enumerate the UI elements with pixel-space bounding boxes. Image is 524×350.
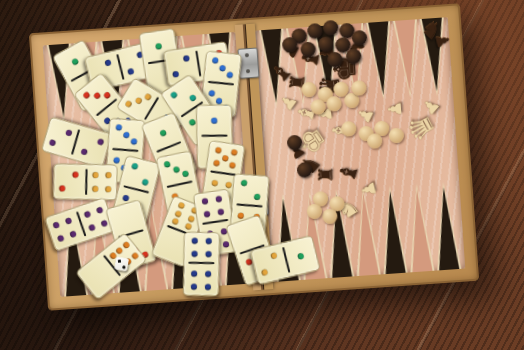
die [114, 256, 129, 271]
dark-pawn-piece: ♟ [432, 32, 452, 51]
dark-checker [323, 20, 339, 36]
light-pawn-piece: ♟ [358, 179, 379, 199]
light-checker [367, 133, 383, 149]
light-checker [351, 80, 367, 96]
light-checker [326, 96, 342, 112]
light-checker [388, 128, 404, 144]
dark-checker [307, 23, 323, 39]
domino-tile [53, 163, 118, 200]
game-case: ♟♝♟♚♟♝♜♛♞♟♟♝♟♚♝♟♛♟♟♞♜♝♟♞♟ [29, 3, 479, 310]
dark-rook-piece: ♜ [316, 166, 335, 183]
light-pawn-piece: ♟ [386, 100, 405, 117]
dark-bishop-piece: ♝ [336, 160, 363, 185]
scattered-pieces-layer: ♟♝♟♚♟♝♜♛♞♟♟♝♟♚♝♟♛♟♟♞♜♝♟♞♟ [29, 3, 479, 310]
light-checker [306, 203, 322, 219]
light-checker [341, 121, 357, 137]
domino-tile [44, 197, 116, 252]
light-pawn-piece: ♟ [354, 104, 377, 126]
light-checker [322, 208, 338, 224]
domino-tile [183, 232, 220, 297]
